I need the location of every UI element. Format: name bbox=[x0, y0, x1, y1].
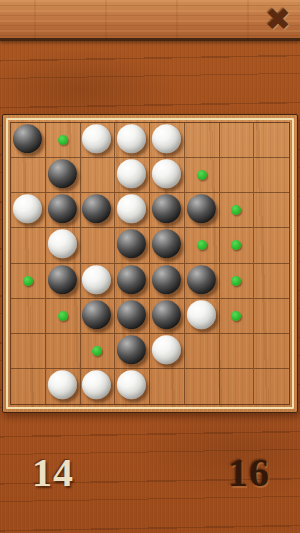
cell-g3[interactable] bbox=[220, 193, 255, 228]
cell-c5[interactable] bbox=[81, 264, 116, 299]
cell-h2[interactable] bbox=[254, 158, 289, 193]
cell-c6[interactable] bbox=[81, 299, 116, 334]
cell-e1[interactable] bbox=[150, 123, 185, 158]
black-disc bbox=[187, 195, 216, 224]
cell-f4[interactable] bbox=[185, 228, 220, 263]
cell-a5[interactable] bbox=[11, 264, 46, 299]
close-icon[interactable]: ✖ bbox=[260, 1, 296, 37]
cell-d1[interactable] bbox=[115, 123, 150, 158]
cell-f1[interactable] bbox=[185, 123, 220, 158]
cell-a3[interactable] bbox=[11, 193, 46, 228]
cell-b2[interactable] bbox=[46, 158, 81, 193]
white-disc bbox=[152, 160, 181, 189]
cell-a1[interactable] bbox=[11, 123, 46, 158]
cell-h8[interactable] bbox=[254, 369, 289, 404]
cell-h3[interactable] bbox=[254, 193, 289, 228]
cell-d6[interactable] bbox=[115, 299, 150, 334]
cell-f2[interactable] bbox=[185, 158, 220, 193]
cell-g8[interactable] bbox=[220, 369, 255, 404]
cell-e4[interactable] bbox=[150, 228, 185, 263]
legal-move-dot bbox=[197, 170, 207, 180]
legal-move-dot bbox=[58, 311, 68, 321]
cell-d8[interactable] bbox=[115, 369, 150, 404]
black-disc bbox=[187, 265, 216, 294]
legal-move-dot bbox=[231, 240, 241, 250]
cell-b3[interactable] bbox=[46, 193, 81, 228]
board-grid bbox=[10, 122, 290, 405]
cell-f7[interactable] bbox=[185, 334, 220, 369]
cell-a7[interactable] bbox=[11, 334, 46, 369]
black-disc bbox=[117, 300, 146, 329]
cell-g6[interactable] bbox=[220, 299, 255, 334]
cell-f3[interactable] bbox=[185, 193, 220, 228]
white-disc bbox=[82, 265, 111, 294]
black-disc bbox=[13, 124, 42, 153]
cell-e6[interactable] bbox=[150, 299, 185, 334]
cell-h5[interactable] bbox=[254, 264, 289, 299]
cell-b8[interactable] bbox=[46, 369, 81, 404]
black-disc bbox=[48, 160, 77, 189]
white-disc bbox=[152, 124, 181, 153]
cell-b4[interactable] bbox=[46, 228, 81, 263]
white-disc bbox=[117, 371, 146, 400]
game-screen: ✖ 14 16 bbox=[0, 0, 300, 533]
cell-e2[interactable] bbox=[150, 158, 185, 193]
cell-d7[interactable] bbox=[115, 334, 150, 369]
top-bar: ✖ bbox=[0, 0, 300, 41]
white-disc bbox=[187, 300, 216, 329]
cell-e7[interactable] bbox=[150, 334, 185, 369]
legal-move-dot bbox=[231, 205, 241, 215]
black-disc bbox=[82, 300, 111, 329]
white-disc bbox=[117, 195, 146, 224]
cell-f6[interactable] bbox=[185, 299, 220, 334]
cell-f8[interactable] bbox=[185, 369, 220, 404]
legal-move-dot bbox=[197, 240, 207, 250]
cell-c1[interactable] bbox=[81, 123, 116, 158]
white-score: 14 bbox=[8, 451, 98, 495]
white-disc bbox=[117, 160, 146, 189]
legal-move-dot bbox=[231, 311, 241, 321]
cell-h1[interactable] bbox=[254, 123, 289, 158]
black-disc bbox=[152, 230, 181, 259]
black-disc bbox=[152, 300, 181, 329]
board-frame-highlight bbox=[6, 118, 294, 409]
black-disc bbox=[48, 265, 77, 294]
legal-move-dot bbox=[23, 276, 33, 286]
cell-b1[interactable] bbox=[46, 123, 81, 158]
white-disc bbox=[48, 230, 77, 259]
cell-a2[interactable] bbox=[11, 158, 46, 193]
cell-c2[interactable] bbox=[81, 158, 116, 193]
cell-d2[interactable] bbox=[115, 158, 150, 193]
cell-a6[interactable] bbox=[11, 299, 46, 334]
cell-b6[interactable] bbox=[46, 299, 81, 334]
black-disc bbox=[82, 195, 111, 224]
black-disc bbox=[48, 195, 77, 224]
white-disc bbox=[13, 195, 42, 224]
legal-move-dot bbox=[92, 346, 102, 356]
cell-a4[interactable] bbox=[11, 228, 46, 263]
cell-c3[interactable] bbox=[81, 193, 116, 228]
cell-b5[interactable] bbox=[46, 264, 81, 299]
black-disc bbox=[117, 230, 146, 259]
white-disc bbox=[152, 335, 181, 364]
cell-f5[interactable] bbox=[185, 264, 220, 299]
cell-g1[interactable] bbox=[220, 123, 255, 158]
cell-d5[interactable] bbox=[115, 264, 150, 299]
legal-move-dot bbox=[58, 135, 68, 145]
cell-g5[interactable] bbox=[220, 264, 255, 299]
white-disc bbox=[117, 124, 146, 153]
cell-e8[interactable] bbox=[150, 369, 185, 404]
cell-c7[interactable] bbox=[81, 334, 116, 369]
cell-h7[interactable] bbox=[254, 334, 289, 369]
cell-e3[interactable] bbox=[150, 193, 185, 228]
black-disc bbox=[152, 195, 181, 224]
reversi-board bbox=[2, 114, 298, 413]
cell-g7[interactable] bbox=[220, 334, 255, 369]
black-disc bbox=[152, 265, 181, 294]
white-disc bbox=[82, 124, 111, 153]
cell-g4[interactable] bbox=[220, 228, 255, 263]
cell-c8[interactable] bbox=[81, 369, 116, 404]
black-disc bbox=[117, 335, 146, 364]
cell-d3[interactable] bbox=[115, 193, 150, 228]
cell-c4[interactable] bbox=[81, 228, 116, 263]
white-disc bbox=[82, 371, 111, 400]
cell-e5[interactable] bbox=[150, 264, 185, 299]
black-score: 16 bbox=[204, 451, 294, 495]
cell-b7[interactable] bbox=[46, 334, 81, 369]
black-disc bbox=[117, 265, 146, 294]
cell-a8[interactable] bbox=[11, 369, 46, 404]
legal-move-dot bbox=[231, 276, 241, 286]
cell-d4[interactable] bbox=[115, 228, 150, 263]
cell-h4[interactable] bbox=[254, 228, 289, 263]
cell-g2[interactable] bbox=[220, 158, 255, 193]
cell-h6[interactable] bbox=[254, 299, 289, 334]
white-disc bbox=[48, 371, 77, 400]
